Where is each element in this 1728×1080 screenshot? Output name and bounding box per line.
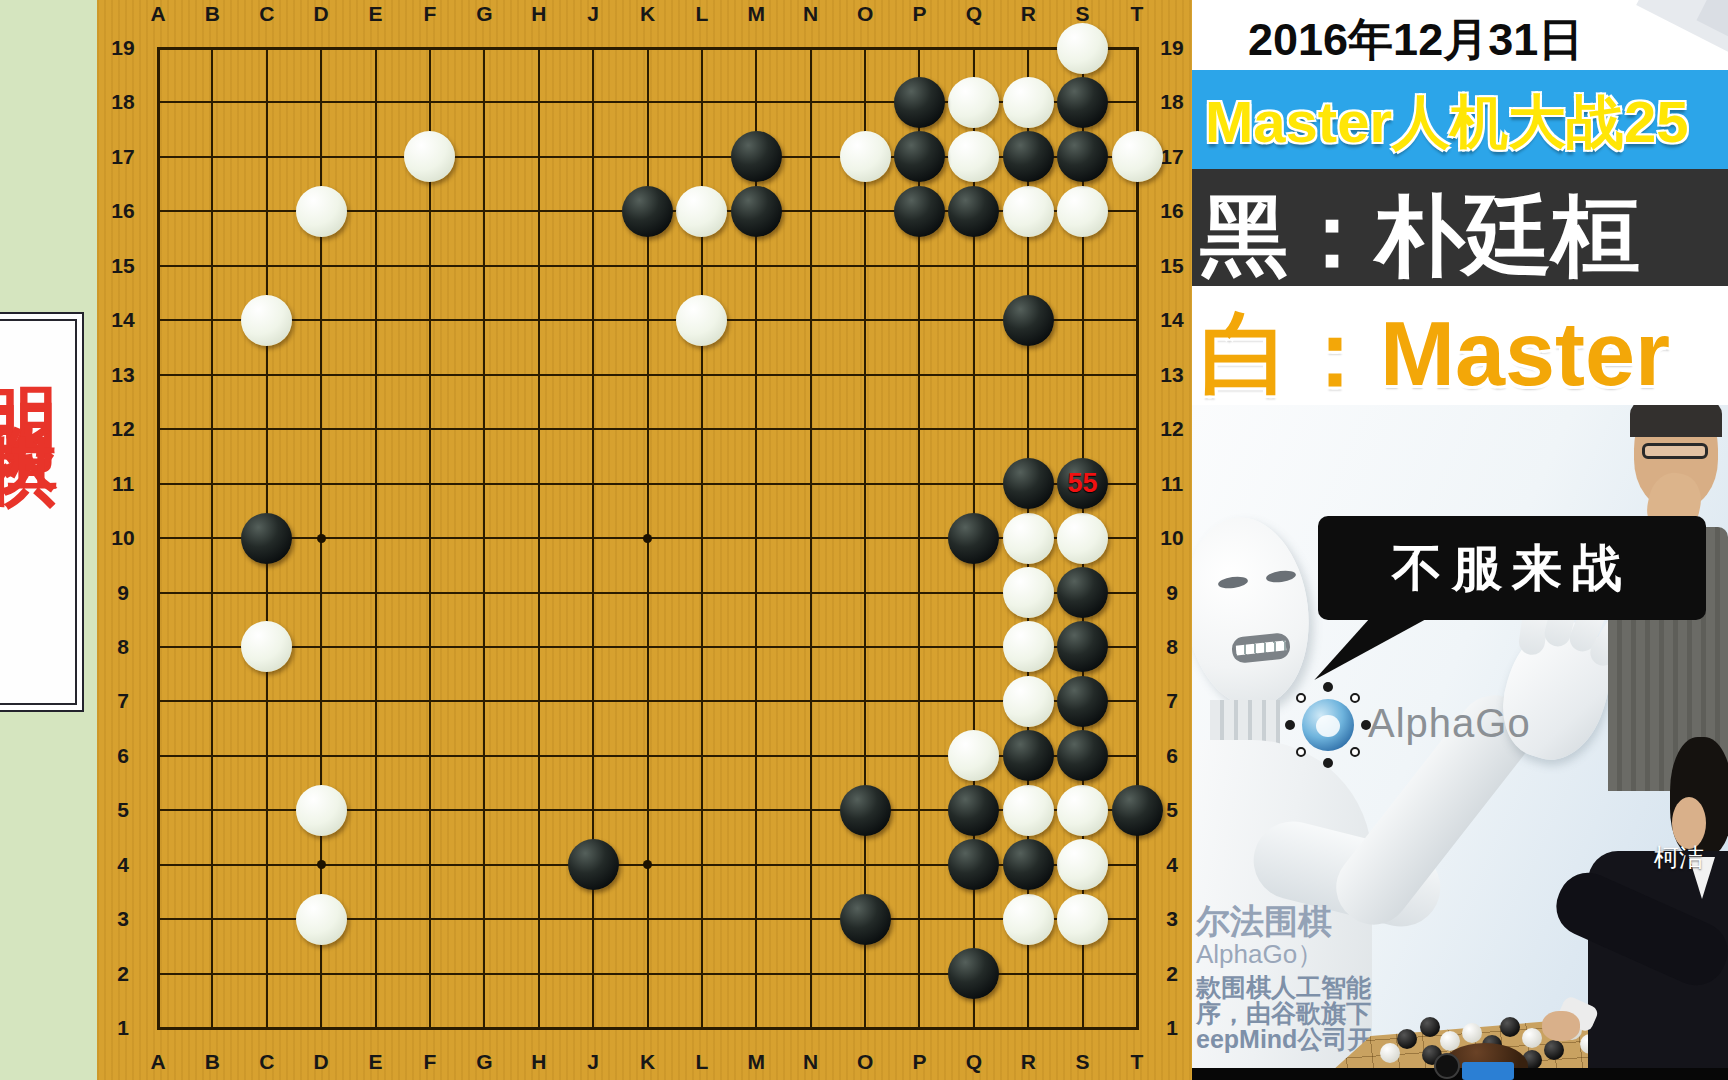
- black-stone-R14: [1003, 295, 1054, 346]
- alphago-description-line: AlphaGo）: [1196, 937, 1386, 972]
- black-stone-T5: [1112, 785, 1163, 836]
- white-stone-L16: [676, 186, 727, 237]
- row-label-left: 7: [105, 689, 141, 713]
- column-label-bottom: S: [1068, 1050, 1098, 1074]
- black-stone-P17: [894, 131, 945, 182]
- black-stone-R17: [1003, 131, 1054, 182]
- column-label-top: Q: [959, 2, 989, 26]
- column-label-top: A: [143, 2, 173, 26]
- row-label-right: 1: [1153, 1016, 1191, 1040]
- speech-bubble-tail: [1312, 618, 1428, 680]
- row-label-left: 8: [105, 635, 141, 659]
- column-label-top: J: [578, 2, 608, 26]
- column-label-bottom: J: [578, 1050, 608, 1074]
- black-stone-Q5: [948, 785, 999, 836]
- column-label-bottom: P: [904, 1050, 934, 1074]
- info-panel: 2016年12月31日 Master人机大战25 黑：朴廷桓 白：Master: [1192, 0, 1728, 1080]
- row-label-left: 2: [105, 962, 141, 986]
- black-stone-S17: [1057, 131, 1108, 182]
- white-stone-S3: [1057, 894, 1108, 945]
- white-stone-S4: [1057, 839, 1108, 890]
- row-label-right: 11: [1153, 472, 1191, 496]
- spectator-hair: [1630, 405, 1722, 437]
- photo-board-stone: [1420, 1017, 1440, 1037]
- grid-line-vertical: [1136, 47, 1139, 1030]
- row-label-left: 16: [105, 199, 141, 223]
- speech-bubble: 不服来战: [1318, 516, 1706, 620]
- white-player-name: 白：Master: [1200, 294, 1670, 405]
- alphago-logo-text: AlphaGo: [1368, 701, 1531, 746]
- white-stone-R18: [1003, 77, 1054, 128]
- bottom-black-strip: [1192, 1068, 1728, 1080]
- black-stone-R11: [1003, 458, 1054, 509]
- white-player-row: 白：Master: [1192, 286, 1728, 405]
- column-label-top: N: [796, 2, 826, 26]
- photo-board-stone: [1397, 1029, 1417, 1049]
- black-stone-J4: [568, 839, 619, 890]
- series-title-bar: Master人机大战25: [1192, 70, 1728, 169]
- white-stone-L14: [676, 295, 727, 346]
- column-label-bottom: T: [1122, 1050, 1152, 1074]
- white-stone-Q6: [948, 730, 999, 781]
- series-title: Master人机大战25: [1205, 84, 1688, 162]
- black-stone-Q2: [948, 948, 999, 999]
- black-stone-O3: [840, 894, 891, 945]
- move-number-label: 55: [1057, 458, 1108, 509]
- column-label-top: T: [1122, 2, 1152, 26]
- white-stone-S16: [1057, 186, 1108, 237]
- column-label-bottom: F: [415, 1050, 445, 1074]
- robot-head: [1192, 510, 1319, 713]
- column-label-top: B: [197, 2, 227, 26]
- photo-board-stone: [1544, 1040, 1564, 1060]
- black-stone-S8: [1057, 621, 1108, 672]
- column-label-bottom: N: [796, 1050, 826, 1074]
- kejie-hand: [1542, 1011, 1580, 1041]
- row-label-left: 18: [105, 90, 141, 114]
- kejie-name-tag: 柯洁: [1654, 841, 1704, 874]
- row-label-left: 13: [105, 363, 141, 387]
- column-label-bottom: K: [633, 1050, 663, 1074]
- black-stone-Q16: [948, 186, 999, 237]
- grid-line-horizontal: [157, 592, 1139, 594]
- star-point: [643, 534, 652, 543]
- row-label-left: 3: [105, 907, 141, 931]
- channel-banner: 明明谈棋: [0, 312, 84, 712]
- channel-banner-text: 明明谈棋: [0, 328, 58, 392]
- row-label-left: 14: [105, 308, 141, 332]
- row-label-right: 10: [1153, 526, 1191, 550]
- logo-ring-dot: [1296, 747, 1306, 757]
- logo-ring-dot: [1285, 720, 1295, 730]
- black-stone-S7: [1057, 676, 1108, 727]
- alphago-promo-photo: 不服来战 AlphaGo 尔法围棋 AlphaGo） 款围棋人工智能 序，由谷歌…: [1192, 405, 1728, 1080]
- star-point: [317, 534, 326, 543]
- white-stone-R10: [1003, 513, 1054, 564]
- column-label-top: E: [361, 2, 391, 26]
- photo-board-stone: [1462, 1023, 1482, 1043]
- photo-board-stone: [1522, 1028, 1542, 1048]
- black-player-bar: 黑：朴廷桓: [1192, 169, 1728, 286]
- row-label-left: 11: [105, 472, 141, 496]
- column-label-bottom: M: [741, 1050, 771, 1074]
- video-frame: 明明谈棋 AABBCCDDEEFFGGHHJJKKLLMMNNOOPPQQRRS…: [0, 0, 1728, 1080]
- white-stone-Q17: [948, 131, 999, 182]
- game-date: 2016年12月31日: [1248, 10, 1583, 70]
- row-label-right: 13: [1153, 363, 1191, 387]
- row-label-left: 17: [105, 145, 141, 169]
- column-label-top: O: [850, 2, 880, 26]
- grid-line-vertical: [810, 47, 812, 1030]
- row-label-right: 2: [1153, 962, 1191, 986]
- robot-teeth: [1236, 640, 1287, 655]
- black-stone-P18: [894, 77, 945, 128]
- grid-line-horizontal: [157, 1027, 1139, 1030]
- logo-ring-dot: [1350, 747, 1360, 757]
- white-stone-D16: [296, 186, 347, 237]
- column-label-top: C: [252, 2, 282, 26]
- white-stone-D3: [296, 894, 347, 945]
- logo-ring-dot: [1350, 693, 1360, 703]
- logo-swirl: [1316, 715, 1340, 737]
- row-label-right: 19: [1153, 36, 1191, 60]
- row-label-right: 6: [1153, 744, 1191, 768]
- column-label-top: G: [469, 2, 499, 26]
- column-label-bottom: G: [469, 1050, 499, 1074]
- white-stone-S5: [1057, 785, 1108, 836]
- column-label-top: K: [633, 2, 663, 26]
- column-label-bottom: L: [687, 1050, 717, 1074]
- column-label-top: F: [415, 2, 445, 26]
- column-label-bottom: R: [1013, 1050, 1043, 1074]
- row-label-right: 7: [1153, 689, 1191, 713]
- row-label-left: 6: [105, 744, 141, 768]
- row-label-left: 10: [105, 526, 141, 550]
- go-board: AABBCCDDEEFFGGHHJJKKLLMMNNOOPPQQRRSSTT19…: [97, 0, 1192, 1080]
- row-label-right: 3: [1153, 907, 1191, 931]
- white-stone-T17: [1112, 131, 1163, 182]
- star-point: [317, 860, 326, 869]
- row-label-right: 18: [1153, 90, 1191, 114]
- grid-line-horizontal: [157, 700, 1139, 702]
- white-stone-R5: [1003, 785, 1054, 836]
- row-label-right: 9: [1153, 581, 1191, 605]
- row-label-left: 9: [105, 581, 141, 605]
- watermark-badge: [1462, 1062, 1514, 1080]
- white-stone-R16: [1003, 186, 1054, 237]
- column-label-bottom: H: [524, 1050, 554, 1074]
- logo-ring-dot: [1296, 693, 1306, 703]
- row-label-right: 14: [1153, 308, 1191, 332]
- black-player-name: 黑：朴廷桓: [1200, 177, 1640, 286]
- column-label-bottom: E: [361, 1050, 391, 1074]
- row-label-left: 4: [105, 853, 141, 877]
- column-label-top: P: [904, 2, 934, 26]
- date-row: 2016年12月31日: [1192, 0, 1728, 70]
- white-stone-D5: [296, 785, 347, 836]
- column-label-top: R: [1013, 2, 1043, 26]
- white-stone-C14: [241, 295, 292, 346]
- logo-ring-dot: [1323, 758, 1333, 768]
- logo-ring-dot: [1361, 720, 1371, 730]
- speech-bubble-text: 不服来战: [1392, 535, 1632, 602]
- black-stone-Q10: [948, 513, 999, 564]
- column-label-top: H: [524, 2, 554, 26]
- column-label-top: L: [687, 2, 717, 26]
- black-stone-R6: [1003, 730, 1054, 781]
- row-label-left: 19: [105, 36, 141, 60]
- white-stone-R7: [1003, 676, 1054, 727]
- row-label-right: 12: [1153, 417, 1191, 441]
- row-label-left: 15: [105, 254, 141, 278]
- star-point: [643, 860, 652, 869]
- row-label-right: 15: [1153, 254, 1191, 278]
- column-label-bottom: A: [143, 1050, 173, 1074]
- black-stone-M17: [731, 131, 782, 182]
- black-stone-M16: [731, 186, 782, 237]
- white-stone-O17: [840, 131, 891, 182]
- spectator-glasses: [1642, 443, 1708, 459]
- black-stone-S11: 55: [1057, 458, 1108, 509]
- black-stone-P16: [894, 186, 945, 237]
- white-stone-C8: [241, 621, 292, 672]
- white-stone-S19: [1057, 23, 1108, 74]
- black-stone-S6: [1057, 730, 1108, 781]
- grid-line-vertical: [864, 47, 866, 1030]
- white-stone-S10: [1057, 513, 1108, 564]
- row-label-left: 12: [105, 417, 141, 441]
- logo-ring-dot: [1323, 682, 1333, 692]
- white-stone-R8: [1003, 621, 1054, 672]
- grid-line-horizontal: [157, 646, 1139, 648]
- white-stone-R9: [1003, 567, 1054, 618]
- white-stone-F17: [404, 131, 455, 182]
- column-label-top: M: [741, 2, 771, 26]
- alphago-logo-icon: [1302, 699, 1354, 751]
- black-stone-Q4: [948, 839, 999, 890]
- row-label-right: 16: [1153, 199, 1191, 223]
- left-green-strip: 明明谈棋: [0, 0, 97, 1080]
- black-stone-O5: [840, 785, 891, 836]
- column-label-bottom: Q: [959, 1050, 989, 1074]
- row-label-left: 1: [105, 1016, 141, 1040]
- photo-board-stone: [1500, 1017, 1520, 1037]
- column-label-bottom: O: [850, 1050, 880, 1074]
- black-stone-C10: [241, 513, 292, 564]
- black-stone-K16: [622, 186, 673, 237]
- white-stone-R3: [1003, 894, 1054, 945]
- white-stone-Q18: [948, 77, 999, 128]
- black-stone-S9: [1057, 567, 1108, 618]
- black-stone-S18: [1057, 77, 1108, 128]
- column-label-top: D: [306, 2, 336, 26]
- row-label-right: 8: [1153, 635, 1191, 659]
- watermark-icon: [1434, 1053, 1460, 1079]
- column-label-bottom: B: [197, 1050, 227, 1074]
- row-label-right: 4: [1153, 853, 1191, 877]
- column-label-bottom: D: [306, 1050, 336, 1074]
- black-stone-R4: [1003, 839, 1054, 890]
- column-label-bottom: C: [252, 1050, 282, 1074]
- row-label-left: 5: [105, 798, 141, 822]
- photo-board-stone: [1380, 1043, 1400, 1063]
